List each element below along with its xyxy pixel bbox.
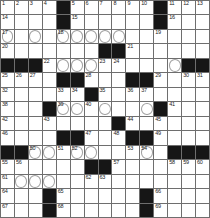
clue-number: 60 xyxy=(197,160,203,166)
cell-r14c3[interactable] xyxy=(29,189,42,202)
circle-marker xyxy=(15,175,27,187)
cell-r13c7[interactable]: 62 xyxy=(85,175,98,188)
cell-r10c13[interactable] xyxy=(168,131,181,144)
cell-r9c12[interactable]: 45 xyxy=(154,117,167,130)
cell-r9c15[interactable] xyxy=(196,117,209,130)
cell-r7c13[interactable] xyxy=(168,88,181,101)
cell-r8c2[interactable] xyxy=(15,102,28,115)
cell-r3c14[interactable] xyxy=(182,30,195,43)
clue-number: 40 xyxy=(86,102,92,108)
clue-number: 54 xyxy=(141,146,147,152)
cell-r14c2[interactable] xyxy=(15,189,28,202)
circle-marker xyxy=(141,103,153,115)
cell-r1c2[interactable]: 2 xyxy=(15,1,28,14)
clue-number: 67 xyxy=(2,204,8,210)
cell-r13c14[interactable] xyxy=(182,175,195,188)
cell-r8c9[interactable] xyxy=(112,102,125,115)
cell-r6c1[interactable]: 25 xyxy=(1,73,14,86)
cell-r7c15[interactable] xyxy=(196,88,209,101)
cell-r3c2[interactable] xyxy=(15,30,28,43)
cell-r14c14[interactable] xyxy=(182,189,195,202)
circle-marker xyxy=(71,30,83,42)
cell-r13c1[interactable]: 61 xyxy=(1,175,14,188)
clue-number: 64 xyxy=(2,189,8,195)
cell-r13c6[interactable] xyxy=(71,175,84,188)
clue-number: 45 xyxy=(155,117,161,123)
cell-r15c12[interactable]: 69 xyxy=(154,204,167,217)
circle-marker xyxy=(29,175,41,187)
cell-r15c1[interactable]: 67 xyxy=(1,204,14,217)
clue-number: 49 xyxy=(155,131,161,137)
clue-number: 28 xyxy=(86,73,92,79)
clue-number: 11 xyxy=(169,1,174,7)
circle-marker xyxy=(99,30,111,42)
cell-r6c2[interactable]: 26 xyxy=(15,73,28,86)
black-cell-r11c13 xyxy=(168,146,181,159)
black-cell-r1c5 xyxy=(57,1,70,14)
clue-number: 23 xyxy=(100,59,106,65)
black-cell-r9c9 xyxy=(112,117,125,130)
cell-r15c5[interactable]: 68 xyxy=(57,204,70,217)
cell-r15c6[interactable] xyxy=(71,204,84,217)
cell-r3c10[interactable] xyxy=(126,30,139,43)
clue-number: 17 xyxy=(2,30,8,36)
cell-r5c13[interactable] xyxy=(168,59,181,72)
cell-r3c12[interactable]: 19 xyxy=(154,30,167,43)
clue-number: 42 xyxy=(2,117,8,123)
cell-r9c2[interactable] xyxy=(15,117,28,130)
clue-number: 6 xyxy=(86,1,89,7)
cell-r8c1[interactable]: 38 xyxy=(1,102,14,115)
cell-r11c6[interactable]: 52 xyxy=(71,146,84,159)
cell-r6c15[interactable]: 31 xyxy=(196,73,209,86)
cell-r15c3[interactable] xyxy=(29,204,42,217)
clue-number: 43 xyxy=(44,117,50,123)
cell-r4c15[interactable] xyxy=(196,44,209,57)
cell-r4c10[interactable]: 21 xyxy=(126,44,139,57)
clue-number: 39 xyxy=(58,102,64,108)
cell-r14c13[interactable] xyxy=(168,189,181,202)
clue-number: 55 xyxy=(2,160,8,166)
cell-r14c12[interactable]: 66 xyxy=(154,189,167,202)
cell-r10c4[interactable] xyxy=(43,131,56,144)
clue-number: 21 xyxy=(127,44,133,50)
cell-r12c2[interactable]: 56 xyxy=(15,160,28,173)
cell-r3c7[interactable] xyxy=(85,30,98,43)
cell-r2c11[interactable] xyxy=(140,15,153,28)
cell-r8c11[interactable] xyxy=(140,102,153,115)
black-cell-r11c15 xyxy=(196,146,209,159)
cell-r4c3[interactable] xyxy=(29,44,42,57)
clue-number: 16 xyxy=(169,15,175,21)
cell-r14c8[interactable] xyxy=(99,189,112,202)
black-cell-r2c5 xyxy=(57,15,70,28)
cell-r7c1[interactable]: 32 xyxy=(1,88,14,101)
clue-number: 5 xyxy=(72,1,75,7)
black-cell-r6c5 xyxy=(57,73,70,86)
cell-r14c5[interactable]: 65 xyxy=(57,189,70,202)
cell-r4c5[interactable] xyxy=(57,44,70,57)
cell-r10c15[interactable] xyxy=(196,131,209,144)
cell-r6c14[interactable]: 30 xyxy=(182,73,195,86)
circle-marker xyxy=(29,30,41,42)
cell-r8c15[interactable] xyxy=(196,102,209,115)
cell-r4c12[interactable] xyxy=(154,44,167,57)
cell-r6c8[interactable] xyxy=(99,73,112,86)
cell-r1c1[interactable]: 1 xyxy=(1,1,14,14)
cell-r3c13[interactable] xyxy=(168,30,181,43)
black-cell-r5c3 xyxy=(29,59,42,72)
circle-marker xyxy=(43,175,55,187)
cell-r8c13[interactable]: 41 xyxy=(168,102,181,115)
cell-r7c12[interactable] xyxy=(154,88,167,101)
clue-number: 14 xyxy=(2,15,8,21)
clue-number: 66 xyxy=(155,189,161,195)
cell-r8c5[interactable]: 39 xyxy=(57,102,70,115)
cell-r7c5[interactable]: 33 xyxy=(57,88,70,101)
cell-r6c4[interactable] xyxy=(43,73,56,86)
black-cell-r10c11 xyxy=(140,131,153,144)
circle-marker xyxy=(113,30,125,42)
cell-r10c1[interactable]: 46 xyxy=(1,131,14,144)
black-cell-r12c7 xyxy=(85,160,98,173)
clue-number: 41 xyxy=(169,102,175,108)
cell-r6c3[interactable]: 27 xyxy=(29,73,42,86)
black-cell-r6c10 xyxy=(126,73,139,86)
cell-r2c6[interactable]: 15 xyxy=(71,15,84,28)
cell-r15c15[interactable] xyxy=(196,204,209,217)
black-cell-r12c8 xyxy=(99,160,112,173)
clue-number: 31 xyxy=(197,73,203,79)
cell-r2c7[interactable] xyxy=(85,15,98,28)
cell-r6c13[interactable] xyxy=(168,73,181,86)
cell-r6c7[interactable]: 28 xyxy=(85,73,98,86)
cell-r8c14[interactable] xyxy=(182,102,195,115)
cell-r15c10[interactable] xyxy=(126,204,139,217)
clue-number: 32 xyxy=(2,88,8,94)
cell-r9c3[interactable] xyxy=(29,117,42,130)
clue-number: 50 xyxy=(30,146,36,152)
cell-r1c3[interactable]: 3 xyxy=(29,1,42,14)
cell-r10c3[interactable] xyxy=(29,131,42,144)
cell-r8c7[interactable]: 40 xyxy=(85,102,98,115)
clue-number: 37 xyxy=(141,88,147,94)
cell-r7c8[interactable]: 35 xyxy=(99,88,112,101)
cell-r13c8[interactable]: 63 xyxy=(99,175,112,188)
black-cell-r11c14 xyxy=(182,146,195,159)
cell-r11c5[interactable]: 51 xyxy=(57,146,70,159)
black-cell-r5c15 xyxy=(196,59,209,72)
cell-r15c14[interactable] xyxy=(182,204,195,217)
cell-r2c2[interactable] xyxy=(15,15,28,28)
cell-r15c2[interactable] xyxy=(15,204,28,217)
cell-r4c1[interactable]: 20 xyxy=(1,44,14,57)
cell-r7c9[interactable] xyxy=(112,88,125,101)
black-cell-r5c1 xyxy=(1,59,14,72)
cell-r2c4[interactable] xyxy=(43,15,56,28)
cell-r12c14[interactable]: 59 xyxy=(182,160,195,173)
clue-number: 44 xyxy=(127,117,133,123)
clue-number: 22 xyxy=(44,59,50,65)
cell-r11c9[interactable] xyxy=(112,146,125,159)
cell-r12c10[interactable] xyxy=(126,160,139,173)
cell-r13c15[interactable] xyxy=(196,175,209,188)
black-cell-r15c11 xyxy=(140,204,153,217)
cell-r3c9[interactable] xyxy=(112,30,125,43)
cell-r15c7[interactable] xyxy=(85,204,98,217)
clue-number: 65 xyxy=(58,189,64,195)
cell-r7c2[interactable] xyxy=(15,88,28,101)
cell-r10c7[interactable]: 47 xyxy=(85,131,98,144)
cell-r1c13[interactable]: 11 xyxy=(168,1,181,14)
cell-r9c7[interactable] xyxy=(85,117,98,130)
clue-number: 36 xyxy=(127,88,133,94)
cell-r12c4[interactable] xyxy=(43,160,56,173)
cell-r11c10[interactable]: 53 xyxy=(126,146,139,159)
cell-r2c3[interactable] xyxy=(29,15,42,28)
cell-r11c7[interactable] xyxy=(85,146,98,159)
clue-number: 53 xyxy=(127,146,133,152)
cell-r3c5[interactable]: 18 xyxy=(57,30,70,43)
cell-r5c12[interactable] xyxy=(154,59,167,72)
cell-r2c1[interactable]: 14 xyxy=(1,15,14,28)
cell-r5c9[interactable]: 24 xyxy=(112,59,125,72)
clue-number: 13 xyxy=(197,1,203,7)
clue-number: 4 xyxy=(44,1,47,7)
cell-r5c5[interactable] xyxy=(57,59,70,72)
cell-r9c6[interactable] xyxy=(71,117,84,130)
clue-number: 7 xyxy=(100,1,103,7)
clue-number: 15 xyxy=(72,15,78,21)
cell-r14c1[interactable]: 64 xyxy=(1,189,14,202)
cell-r4c11[interactable] xyxy=(140,44,153,57)
cell-r3c4[interactable] xyxy=(43,30,56,43)
clue-number: 58 xyxy=(169,160,175,166)
black-cell-r6c11 xyxy=(140,73,153,86)
clue-number: 25 xyxy=(2,73,8,79)
cell-r10c14[interactable] xyxy=(182,131,195,144)
cell-r12c13[interactable]: 58 xyxy=(168,160,181,173)
black-cell-r14c11 xyxy=(140,189,153,202)
cell-r9c11[interactable] xyxy=(140,117,153,130)
cell-r10c8[interactable] xyxy=(99,131,112,144)
cell-r5c10[interactable] xyxy=(126,59,139,72)
clue-number: 18 xyxy=(58,30,64,36)
cell-r3c6[interactable] xyxy=(71,30,84,43)
cell-r3c11[interactable] xyxy=(140,30,153,43)
circle-marker xyxy=(71,59,83,71)
clue-number: 63 xyxy=(100,175,106,181)
clue-number: 33 xyxy=(58,88,64,94)
cell-r13c13[interactable] xyxy=(168,175,181,188)
cell-r1c11[interactable]: 10 xyxy=(140,1,153,14)
cell-r11c12[interactable] xyxy=(154,146,167,159)
cell-r5c4[interactable]: 22 xyxy=(43,59,56,72)
cell-r9c8[interactable] xyxy=(99,117,112,130)
clue-number: 47 xyxy=(86,131,92,137)
black-cell-r5c14 xyxy=(182,59,195,72)
cell-r9c1[interactable]: 42 xyxy=(1,117,14,130)
cell-r8c3[interactable] xyxy=(29,102,42,115)
clue-number: 62 xyxy=(86,175,92,181)
cell-r13c5[interactable] xyxy=(57,175,70,188)
cell-r10c2[interactable] xyxy=(15,131,28,144)
clue-number: 52 xyxy=(72,146,78,152)
black-cell-r5c2 xyxy=(15,59,28,72)
cell-r4c2[interactable] xyxy=(15,44,28,57)
cell-r13c3[interactable] xyxy=(29,175,42,188)
cell-r14c10[interactable] xyxy=(126,189,139,202)
black-cell-r4c9 xyxy=(112,44,125,57)
cell-r1c10[interactable]: 9 xyxy=(126,1,139,14)
cell-r2c10[interactable] xyxy=(126,15,139,28)
circle-marker xyxy=(71,103,83,115)
cell-r6c12[interactable]: 29 xyxy=(154,73,167,86)
cell-r4c13[interactable] xyxy=(168,44,181,57)
cell-r5c8[interactable]: 23 xyxy=(99,59,112,72)
cell-r12c3[interactable] xyxy=(29,160,42,173)
clue-number: 59 xyxy=(183,160,189,166)
circle-marker xyxy=(57,59,69,71)
cell-r12c11[interactable] xyxy=(140,160,153,173)
clue-number: 3 xyxy=(30,1,33,7)
cell-r3c15[interactable] xyxy=(196,30,209,43)
cell-r2c9[interactable] xyxy=(112,15,125,28)
circle-marker xyxy=(85,146,97,158)
cell-r11c11[interactable]: 54 xyxy=(140,146,153,159)
cell-r11c4[interactable] xyxy=(43,146,56,159)
cell-r3c3[interactable] xyxy=(29,30,42,43)
cell-r8c6[interactable] xyxy=(71,102,84,115)
cell-r4c7[interactable] xyxy=(85,44,98,57)
cell-r9c14[interactable] xyxy=(182,117,195,130)
black-cell-r10c6 xyxy=(71,131,84,144)
cell-r12c9[interactable]: 57 xyxy=(112,160,125,173)
circle-marker xyxy=(99,103,111,115)
cell-r11c8[interactable] xyxy=(99,146,112,159)
clue-number: 26 xyxy=(16,73,22,79)
cell-r6c9[interactable] xyxy=(112,73,125,86)
cell-r4c4[interactable] xyxy=(43,44,56,57)
cell-r1c14[interactable]: 12 xyxy=(182,1,195,14)
black-cell-r15c4 xyxy=(43,204,56,217)
black-cell-r11c2 xyxy=(15,146,28,159)
cell-r5c7[interactable] xyxy=(85,59,98,72)
cell-r9c4[interactable]: 43 xyxy=(43,117,56,130)
cell-r13c4[interactable] xyxy=(43,175,56,188)
clue-number: 12 xyxy=(183,1,189,7)
clue-number: 38 xyxy=(2,102,8,108)
cell-r12c5[interactable] xyxy=(57,160,70,173)
cell-r9c10[interactable]: 44 xyxy=(126,117,139,130)
black-cell-r7c7 xyxy=(85,88,98,101)
cell-r14c7[interactable] xyxy=(85,189,98,202)
cell-r15c9[interactable] xyxy=(112,204,125,217)
clue-number: 20 xyxy=(2,44,8,50)
cell-r13c12[interactable] xyxy=(154,175,167,188)
clue-number: 30 xyxy=(183,73,189,79)
cell-r11c3[interactable]: 50 xyxy=(29,146,42,159)
cell-r15c13[interactable] xyxy=(168,204,181,217)
cell-r9c13[interactable] xyxy=(168,117,181,130)
cell-r3c1[interactable]: 17 xyxy=(1,30,14,43)
cell-r2c8[interactable] xyxy=(99,15,112,28)
cell-r1c8[interactable]: 7 xyxy=(99,1,112,14)
cell-r9c5[interactable] xyxy=(57,117,70,130)
black-cell-r1c12 xyxy=(154,1,167,14)
cell-r7c14[interactable] xyxy=(182,88,195,101)
cell-r10c12[interactable]: 49 xyxy=(154,131,167,144)
cell-r14c15[interactable] xyxy=(196,189,209,202)
black-cell-r4c8 xyxy=(99,44,112,57)
cell-r13c10[interactable] xyxy=(126,175,139,188)
cell-r1c15[interactable]: 13 xyxy=(196,1,209,14)
clue-number: 56 xyxy=(16,160,22,166)
black-cell-r8c12 xyxy=(154,102,167,115)
circle-marker xyxy=(85,59,97,71)
cell-r13c2[interactable] xyxy=(15,175,28,188)
cell-r4c6[interactable] xyxy=(71,44,84,57)
clue-number: 69 xyxy=(155,204,161,210)
circle-marker xyxy=(43,146,55,158)
cell-r7c6[interactable]: 34 xyxy=(71,88,84,101)
cell-r1c7[interactable]: 6 xyxy=(85,1,98,14)
cell-r14c6[interactable] xyxy=(71,189,84,202)
cell-r12c1[interactable]: 55 xyxy=(1,160,14,173)
cell-r13c9[interactable] xyxy=(112,175,125,188)
cell-r2c14[interactable] xyxy=(182,15,195,28)
cell-r7c3[interactable] xyxy=(29,88,42,101)
cell-r2c15[interactable] xyxy=(196,15,209,28)
black-cell-r10c5 xyxy=(57,131,70,144)
cell-r10c9[interactable]: 48 xyxy=(112,131,125,144)
circle-marker xyxy=(85,30,97,42)
cell-r14c9[interactable] xyxy=(112,189,125,202)
cell-r7c11[interactable]: 37 xyxy=(140,88,153,101)
cell-r12c6[interactable] xyxy=(71,160,84,173)
black-cell-r11c1 xyxy=(1,146,14,159)
clue-number: 57 xyxy=(113,160,119,166)
cell-r7c4[interactable] xyxy=(43,88,56,101)
cell-r2c13[interactable]: 16 xyxy=(168,15,181,28)
cell-r12c15[interactable]: 60 xyxy=(196,160,209,173)
crossword-grid: 1234567891011121314151617181920212223242… xyxy=(0,0,210,218)
cell-r7c10[interactable]: 36 xyxy=(126,88,139,101)
cell-r1c6[interactable]: 5 xyxy=(71,1,84,14)
cell-r1c9[interactable]: 8 xyxy=(112,1,125,14)
cell-r3c8[interactable] xyxy=(99,30,112,43)
cell-r12c12[interactable] xyxy=(154,160,167,173)
clue-number: 2 xyxy=(16,1,19,7)
black-cell-r8c4 xyxy=(43,102,56,115)
clue-number: 9 xyxy=(127,1,130,7)
black-cell-r6c6 xyxy=(71,73,84,86)
cell-r15c8[interactable] xyxy=(99,204,112,217)
cell-r4c14[interactable] xyxy=(182,44,195,57)
cell-r8c10[interactable] xyxy=(126,102,139,115)
cell-r8c8[interactable] xyxy=(99,102,112,115)
cell-r5c11[interactable] xyxy=(140,59,153,72)
clue-number: 1 xyxy=(2,1,5,7)
clue-number: 8 xyxy=(113,1,116,7)
cell-r13c11[interactable] xyxy=(140,175,153,188)
black-cell-r14c4 xyxy=(43,189,56,202)
clue-number: 10 xyxy=(141,1,147,7)
clue-number: 24 xyxy=(113,59,119,65)
clue-number: 35 xyxy=(100,88,106,94)
cell-r1c4[interactable]: 4 xyxy=(43,1,56,14)
cell-r5c6[interactable] xyxy=(71,59,84,72)
